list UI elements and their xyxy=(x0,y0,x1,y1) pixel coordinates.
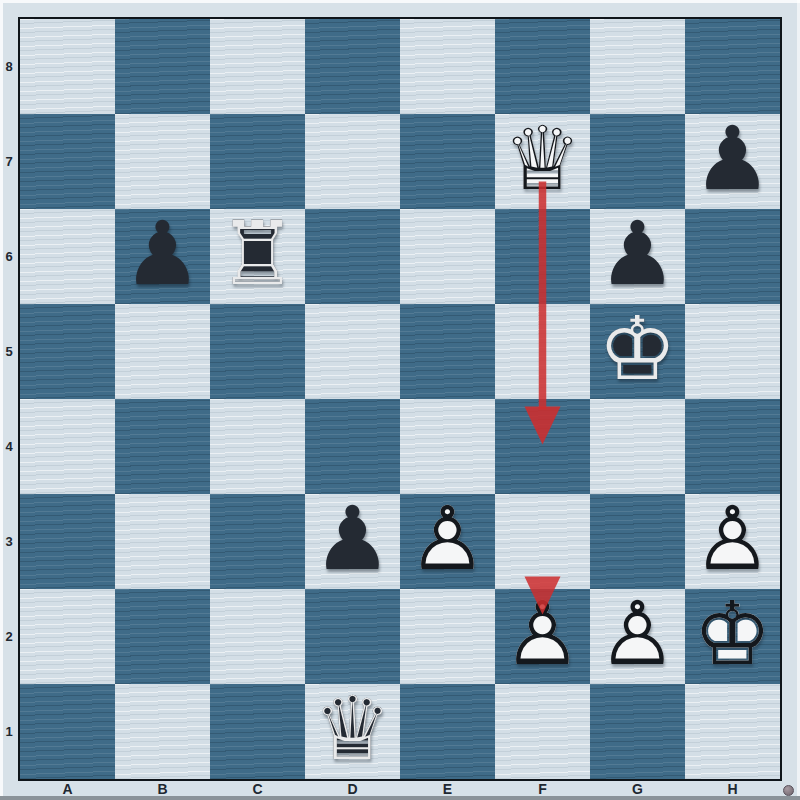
square-f6[interactable] xyxy=(495,209,590,304)
pawn-outline-glyph: ♙ xyxy=(685,491,780,586)
square-d3[interactable]: ♟ xyxy=(305,494,400,589)
square-f2[interactable]: ♟♙ xyxy=(495,589,590,684)
square-g5[interactable]: ♚♔ xyxy=(590,304,685,399)
chess-diagram: 87654321 ♛♕♟♟♜♖♟♚♔♟♟♙♟♙♟♙♟♙♚♔♛♕ ABCDEFGH xyxy=(0,0,800,800)
square-h4[interactable] xyxy=(685,399,780,494)
square-d8[interactable] xyxy=(305,19,400,114)
square-b5[interactable] xyxy=(115,304,210,399)
square-g8[interactable] xyxy=(590,19,685,114)
pawn-outline-glyph: ♙ xyxy=(590,586,685,681)
square-h7[interactable]: ♟ xyxy=(685,114,780,209)
queen-outline-glyph: ♕ xyxy=(305,681,400,776)
square-b6[interactable]: ♟ xyxy=(115,209,210,304)
square-b1[interactable] xyxy=(115,684,210,779)
square-f7[interactable]: ♛♕ xyxy=(495,114,590,209)
queen-outline-glyph: ♕ xyxy=(495,111,590,206)
square-g7[interactable] xyxy=(590,114,685,209)
black-pawn-g6[interactable]: ♟ xyxy=(590,209,685,304)
file-label-a: A xyxy=(20,781,115,797)
square-f1[interactable] xyxy=(495,684,590,779)
square-d7[interactable] xyxy=(305,114,400,209)
square-b2[interactable] xyxy=(115,589,210,684)
square-f3[interactable] xyxy=(495,494,590,589)
square-a6[interactable] xyxy=(20,209,115,304)
square-b8[interactable] xyxy=(115,19,210,114)
square-e8[interactable] xyxy=(400,19,495,114)
file-label-g: G xyxy=(590,781,685,797)
square-e5[interactable] xyxy=(400,304,495,399)
file-label-f: F xyxy=(495,781,590,797)
square-a3[interactable] xyxy=(20,494,115,589)
square-c3[interactable] xyxy=(210,494,305,589)
square-e1[interactable] xyxy=(400,684,495,779)
rank-label-7: 7 xyxy=(0,114,18,209)
white-queen-f7[interactable]: ♛♕ xyxy=(495,114,590,209)
black-pawn-d3[interactable]: ♟ xyxy=(305,494,400,589)
white-king-h2[interactable]: ♚♔ xyxy=(685,589,780,684)
corner-dot xyxy=(783,785,794,796)
square-e7[interactable] xyxy=(400,114,495,209)
square-f4[interactable] xyxy=(495,399,590,494)
white-pawn-e3[interactable]: ♟♙ xyxy=(400,494,495,589)
square-h2[interactable]: ♚♔ xyxy=(685,589,780,684)
square-g6[interactable]: ♟ xyxy=(590,209,685,304)
file-label-d: D xyxy=(305,781,400,797)
square-g1[interactable] xyxy=(590,684,685,779)
rank-label-8: 8 xyxy=(0,19,18,114)
pawn-outline-glyph: ♙ xyxy=(495,586,590,681)
black-rook-c6[interactable]: ♜♖ xyxy=(210,209,305,304)
square-g3[interactable] xyxy=(590,494,685,589)
king-outline-glyph: ♔ xyxy=(685,586,780,681)
square-c5[interactable] xyxy=(210,304,305,399)
pawn-glyph: ♟ xyxy=(115,206,210,301)
square-d6[interactable] xyxy=(305,209,400,304)
black-queen-d1[interactable]: ♛♕ xyxy=(305,684,400,779)
square-c7[interactable] xyxy=(210,114,305,209)
square-f5[interactable] xyxy=(495,304,590,399)
square-g4[interactable] xyxy=(590,399,685,494)
file-label-c: C xyxy=(210,781,305,797)
rook-outline-glyph: ♖ xyxy=(210,206,305,301)
square-d5[interactable] xyxy=(305,304,400,399)
white-pawn-g2[interactable]: ♟♙ xyxy=(590,589,685,684)
file-labels: ABCDEFGH xyxy=(20,781,780,797)
square-a5[interactable] xyxy=(20,304,115,399)
square-g2[interactable]: ♟♙ xyxy=(590,589,685,684)
white-pawn-h3[interactable]: ♟♙ xyxy=(685,494,780,589)
pawn-glyph: ♟ xyxy=(590,206,685,301)
square-h1[interactable] xyxy=(685,684,780,779)
file-label-h: H xyxy=(685,781,780,797)
black-pawn-b6[interactable]: ♟ xyxy=(115,209,210,304)
square-h8[interactable] xyxy=(685,19,780,114)
rank-label-6: 6 xyxy=(0,209,18,304)
square-c8[interactable] xyxy=(210,19,305,114)
square-d2[interactable] xyxy=(305,589,400,684)
square-a1[interactable] xyxy=(20,684,115,779)
black-king-g5[interactable]: ♚♔ xyxy=(590,304,685,399)
square-h6[interactable] xyxy=(685,209,780,304)
chess-board[interactable]: ♛♕♟♟♜♖♟♚♔♟♟♙♟♙♟♙♟♙♚♔♛♕ xyxy=(18,17,782,781)
square-a7[interactable] xyxy=(20,114,115,209)
square-a2[interactable] xyxy=(20,589,115,684)
square-e6[interactable] xyxy=(400,209,495,304)
square-c1[interactable] xyxy=(210,684,305,779)
square-a4[interactable] xyxy=(20,399,115,494)
bottom-bar xyxy=(0,796,800,800)
pawn-glyph: ♟ xyxy=(305,491,400,586)
rank-labels: 87654321 xyxy=(0,19,18,779)
rank-label-2: 2 xyxy=(0,589,18,684)
square-c2[interactable] xyxy=(210,589,305,684)
rank-label-4: 4 xyxy=(0,399,18,494)
rank-label-3: 3 xyxy=(0,494,18,589)
pawn-glyph: ♟ xyxy=(685,111,780,206)
file-label-e: E xyxy=(400,781,495,797)
square-e2[interactable] xyxy=(400,589,495,684)
square-b3[interactable] xyxy=(115,494,210,589)
rank-label-5: 5 xyxy=(0,304,18,399)
square-e3[interactable]: ♟♙ xyxy=(400,494,495,589)
square-d4[interactable] xyxy=(305,399,400,494)
white-pawn-f2[interactable]: ♟♙ xyxy=(495,589,590,684)
square-e4[interactable] xyxy=(400,399,495,494)
rank-label-1: 1 xyxy=(0,684,18,779)
square-d1[interactable]: ♛♕ xyxy=(305,684,400,779)
pawn-outline-glyph: ♙ xyxy=(400,491,495,586)
square-h3[interactable]: ♟♙ xyxy=(685,494,780,589)
king-outline-glyph: ♔ xyxy=(590,301,685,396)
square-h5[interactable] xyxy=(685,304,780,399)
square-a8[interactable] xyxy=(20,19,115,114)
square-c6[interactable]: ♜♖ xyxy=(210,209,305,304)
square-b4[interactable] xyxy=(115,399,210,494)
black-pawn-h7[interactable]: ♟ xyxy=(685,114,780,209)
file-label-b: B xyxy=(115,781,210,797)
square-f8[interactable] xyxy=(495,19,590,114)
square-c4[interactable] xyxy=(210,399,305,494)
square-b7[interactable] xyxy=(115,114,210,209)
